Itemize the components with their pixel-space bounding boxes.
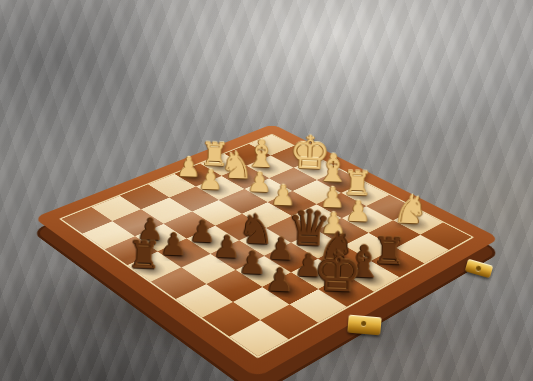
square-g3[interactable]: ♟ xyxy=(262,272,318,304)
board-wood-border: ♚♝♜♞♝♟♟♜♞♟♟♟♜♟♟♛♞♝♞♟♟♚♟♟♟♟♟♟♜ xyxy=(34,124,500,378)
black-pawn-g3[interactable]: ♟ xyxy=(244,263,315,297)
brass-clasp-front xyxy=(347,315,381,336)
board-inlay: ♚♝♜♞♝♟♟♜♞♟♟♟♜♟♟♛♞♝♞♟♟♚♟♟♟♟♟♟♜ xyxy=(59,134,474,359)
scene-3d: ♚♝♜♞♝♟♟♜♞♟♟♟♜♟♟♛♞♝♞♟♟♚♟♟♟♟♟♟♜ xyxy=(0,0,533,381)
board-grid: ♚♝♜♞♝♟♟♜♞♟♟♟♜♟♟♛♞♝♞♟♟♚♟♟♟♟♟♟♜ xyxy=(62,135,472,356)
white-knight-g8[interactable]: ♞ xyxy=(378,188,443,230)
square-h4[interactable]: ♚ xyxy=(318,275,374,307)
board-3d: ♚♝♜♞♝♟♟♜♞♟♟♟♜♟♟♛♞♝♞♟♟♚♟♟♟♟♟♟♜ xyxy=(34,124,500,378)
black-rook-d1[interactable]: ♜ xyxy=(109,236,179,276)
square-d1[interactable]: ♜ xyxy=(127,251,181,281)
photo-scene: ♚♝♜♞♝♟♟♜♞♟♟♟♜♟♟♛♞♝♞♟♟♚♟♟♟♟♟♟♜ xyxy=(0,0,533,381)
